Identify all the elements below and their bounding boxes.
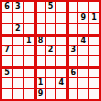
cell-empty-r7c2[interactable]: [13, 67, 23, 77]
cell-empty-r6c9[interactable]: [89, 56, 99, 66]
cell-empty-r7c8[interactable]: [78, 67, 88, 77]
cell-empty-r7c5[interactable]: [46, 67, 56, 77]
cell-empty-r2c1[interactable]: [2, 13, 12, 23]
cell-given-r3c2[interactable]: 2: [13, 24, 23, 34]
cell-empty-r4c1[interactable]: [2, 35, 12, 45]
cell-empty-r4c2[interactable]: [13, 35, 23, 45]
cell-given-r1c1[interactable]: 6: [2, 2, 12, 12]
cell-empty-r9c7[interactable]: [67, 89, 77, 99]
cell-empty-r6c2[interactable]: [13, 56, 23, 66]
cell-empty-r5c4[interactable]: [35, 46, 45, 56]
cell-empty-r3c3[interactable]: [24, 24, 34, 34]
cell-empty-r9c1[interactable]: [2, 89, 12, 99]
cell-empty-r2c4[interactable]: [35, 13, 45, 23]
cell-empty-r6c7[interactable]: [67, 56, 77, 66]
cell-empty-r8c7[interactable]: [67, 78, 77, 88]
cell-given-r5c7[interactable]: 3: [67, 46, 77, 56]
cell-empty-r7c9[interactable]: [89, 67, 99, 77]
cell-empty-r9c9[interactable]: [89, 89, 99, 99]
cell-empty-r4c5[interactable]: [46, 35, 56, 45]
cell-empty-r8c1[interactable]: [2, 78, 12, 88]
cell-empty-r3c1[interactable]: [2, 24, 12, 34]
cell-given-r5c5[interactable]: 2: [46, 46, 56, 56]
cell-empty-r1c4[interactable]: [35, 2, 45, 12]
cell-empty-r2c5[interactable]: [46, 13, 56, 23]
cell-empty-r6c8[interactable]: [78, 56, 88, 66]
cell-given-r4c3[interactable]: 1: [24, 35, 34, 45]
cell-empty-r6c4[interactable]: [35, 56, 45, 66]
cell-empty-r3c4[interactable]: [35, 24, 45, 34]
cell-empty-r8c2[interactable]: [13, 78, 23, 88]
cell-empty-r3c5[interactable]: [46, 24, 56, 34]
cell-empty-r1c6[interactable]: [56, 2, 66, 12]
cell-empty-r2c7[interactable]: [67, 13, 77, 23]
cell-empty-r5c2[interactable]: [13, 46, 23, 56]
cell-empty-r8c8[interactable]: [78, 78, 88, 88]
cell-empty-r3c6[interactable]: [56, 24, 66, 34]
cell-empty-r9c6[interactable]: [56, 89, 66, 99]
cell-empty-r7c6[interactable]: [56, 67, 66, 77]
cell-given-r1c2[interactable]: 3: [13, 2, 23, 12]
cell-empty-r8c9[interactable]: [89, 78, 99, 88]
cell-empty-r6c3[interactable]: [24, 56, 34, 66]
cell-empty-r9c5[interactable]: [46, 89, 56, 99]
cell-empty-r5c3[interactable]: [24, 46, 34, 56]
cell-empty-r4c9[interactable]: [89, 35, 99, 45]
cell-empty-r3c7[interactable]: [67, 24, 77, 34]
cell-empty-r9c8[interactable]: [78, 89, 88, 99]
cell-given-r2c9[interactable]: 1: [89, 13, 99, 23]
cell-empty-r5c8[interactable]: [78, 46, 88, 56]
cell-given-r1c5[interactable]: 5: [46, 2, 56, 12]
sudoku-board: 63591218472356149: [0, 0, 101, 101]
cell-empty-r4c7[interactable]: [67, 35, 77, 45]
cell-empty-r6c1[interactable]: [2, 56, 12, 66]
cell-given-r8c6[interactable]: 4: [56, 78, 66, 88]
cell-given-r2c8[interactable]: 9: [78, 13, 88, 23]
cell-given-r7c1[interactable]: 5: [2, 67, 12, 77]
cell-empty-r7c3[interactable]: [24, 67, 34, 77]
cell-empty-r5c9[interactable]: [89, 46, 99, 56]
cell-empty-r4c6[interactable]: [56, 35, 66, 45]
cell-empty-r6c6[interactable]: [56, 56, 66, 66]
cell-empty-r1c9[interactable]: [89, 2, 99, 12]
cell-empty-r2c6[interactable]: [56, 13, 66, 23]
cell-empty-r1c7[interactable]: [67, 2, 77, 12]
cell-empty-r7c4[interactable]: [35, 67, 45, 77]
cell-given-r8c4[interactable]: 1: [35, 78, 45, 88]
cell-empty-r2c3[interactable]: [24, 13, 34, 23]
cell-empty-r9c2[interactable]: [13, 89, 23, 99]
cell-given-r4c8[interactable]: 4: [78, 35, 88, 45]
cell-given-r5c1[interactable]: 7: [2, 46, 12, 56]
cell-empty-r5c6[interactable]: [56, 46, 66, 56]
cell-empty-r1c8[interactable]: [78, 2, 88, 12]
cell-empty-r6c5[interactable]: [46, 56, 56, 66]
cell-empty-r8c5[interactable]: [46, 78, 56, 88]
cell-empty-r3c9[interactable]: [89, 24, 99, 34]
cell-empty-r2c2[interactable]: [13, 13, 23, 23]
cell-given-r9c4[interactable]: 9: [35, 89, 45, 99]
cell-given-r4c4[interactable]: 8: [35, 35, 45, 45]
cell-given-r7c7[interactable]: 6: [67, 67, 77, 77]
cell-empty-r8c3[interactable]: [24, 78, 34, 88]
cell-empty-r1c3[interactable]: [24, 2, 34, 12]
cell-empty-r3c8[interactable]: [78, 24, 88, 34]
cell-empty-r9c3[interactable]: [24, 89, 34, 99]
